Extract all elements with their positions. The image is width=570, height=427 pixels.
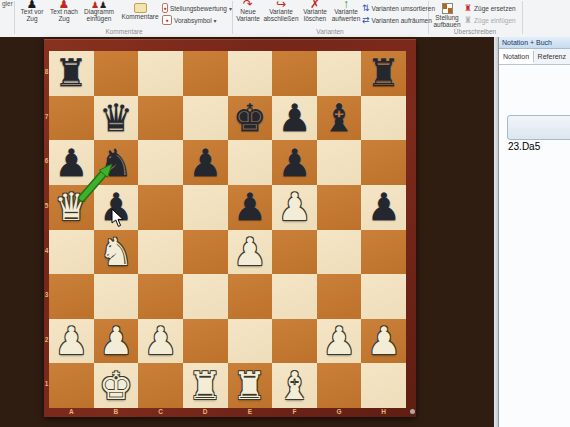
- black-rook[interactable]: ♜: [54, 51, 88, 95]
- button-label: Varianten aufräumen: [372, 17, 432, 24]
- chevron-down-icon[interactable]: ▾: [214, 17, 217, 24]
- square-a2[interactable]: ♟: [49, 319, 94, 364]
- rank-label-2: 2: [44, 336, 49, 343]
- panel-title: Notation + Buch: [499, 37, 570, 49]
- square-c6[interactable]: [138, 140, 183, 185]
- red-rook-icon: ♜: [464, 4, 472, 13]
- square-d1[interactable]: ♜: [183, 363, 228, 408]
- file-label-D: D: [183, 407, 228, 416]
- square-a1[interactable]: [49, 363, 94, 408]
- chess-board: ♜♜♛♚♟♝♟♞♟♟♛♟♟♟♟♞♟♟♟♟♟♟♚♜♜♝ 87654321 ABCD…: [44, 39, 416, 417]
- notation-header-box[interactable]: [507, 115, 570, 140]
- ribbon-group-ueberschreiben: Stellung aufbauen ♜ Züge ersetzen ♜ Züge…: [430, 0, 520, 36]
- group-separator: [232, 1, 233, 34]
- square-a4[interactable]: [49, 230, 94, 275]
- mini-board-icon: [442, 3, 453, 14]
- new-variation-icon: ↷: [243, 0, 253, 8]
- new-variation-button[interactable]: ↷ Neue Variante: [234, 0, 262, 22]
- white-bishop[interactable]: ♝: [277, 364, 311, 408]
- white-rook[interactable]: ♜: [188, 364, 222, 408]
- square-c8[interactable]: [138, 51, 183, 96]
- black-pawn[interactable]: ♟: [99, 185, 133, 229]
- black-piece-icon: ♟: [27, 0, 38, 8]
- black-king[interactable]: ♚: [233, 96, 267, 140]
- diagram-pieces-icon: ♟♟: [91, 0, 107, 8]
- button-label: Text vor Zug: [16, 8, 48, 22]
- black-pawn[interactable]: ♟: [277, 96, 311, 140]
- notation-panel: Notation + Buch Notation Referenz 23.Da5: [499, 37, 570, 427]
- square-d3[interactable]: [183, 274, 228, 319]
- square-d6[interactable]: ♟: [183, 140, 228, 185]
- kommentare-stack: ● Stellungsbewertung ▾ ● Vorabsymbol ▾: [162, 0, 232, 26]
- square-c1[interactable]: [138, 363, 183, 408]
- square-g2[interactable]: ♟: [317, 319, 362, 364]
- white-pawn[interactable]: ♟: [277, 185, 311, 229]
- tab-referenz[interactable]: Referenz: [534, 49, 570, 64]
- notation-move[interactable]: 23.Da5: [508, 141, 540, 152]
- insert-moves-button: ♜ Züge einfügen: [464, 14, 520, 26]
- square-h2[interactable]: ♟: [361, 319, 406, 364]
- button-label: Variante aufwerten: [330, 8, 362, 22]
- panel-tabs: Notation Referenz: [499, 49, 570, 65]
- square-g1[interactable]: [317, 363, 362, 408]
- square-e2[interactable]: [228, 319, 273, 364]
- square-a7[interactable]: [49, 96, 94, 141]
- file-label-C: C: [138, 407, 183, 416]
- square-f1[interactable]: ♝: [272, 363, 317, 408]
- file-label-F: F: [272, 407, 317, 416]
- button-label: Variante löschen: [300, 8, 330, 22]
- square-g3[interactable]: [317, 274, 362, 319]
- square-e1[interactable]: ♜: [228, 363, 273, 408]
- rank-label-8: 8: [44, 68, 49, 75]
- square-h7[interactable]: [361, 96, 406, 141]
- black-bishop[interactable]: ♝: [322, 96, 356, 140]
- square-f8[interactable]: [272, 51, 317, 96]
- swap-arrows-icon: ⇄: [362, 16, 370, 25]
- square-g7[interactable]: ♝: [317, 96, 362, 141]
- square-b8[interactable]: [94, 51, 139, 96]
- white-pawn[interactable]: ♟: [99, 319, 133, 363]
- comments-button[interactable]: Kommentare: [118, 0, 162, 20]
- ribbon-group-varianten: ↷ Neue Variante ↪ Variante abschließen ✗…: [234, 0, 426, 36]
- black-queen[interactable]: ♛: [99, 96, 133, 140]
- insert-diagram-button[interactable]: ♟♟ Diagramm einfügen: [80, 0, 118, 22]
- file-label-G: G: [317, 407, 362, 416]
- square-g5[interactable]: [317, 185, 362, 230]
- square-e3[interactable]: [228, 274, 273, 319]
- white-rook[interactable]: ♜: [233, 364, 267, 408]
- square-h1[interactable]: [361, 363, 406, 408]
- promote-variation-icon: ↑: [343, 0, 349, 8]
- button-label: Kommentare: [121, 13, 158, 20]
- file-label-B: B: [94, 407, 139, 416]
- square-b2[interactable]: ♟: [94, 319, 139, 364]
- white-pawn[interactable]: ♟: [322, 319, 356, 363]
- group-caption: Überschreiben: [430, 28, 520, 35]
- rank-label-7: 7: [44, 113, 49, 120]
- delete-variation-button[interactable]: ✗ Variante löschen: [300, 0, 330, 22]
- black-pawn[interactable]: ♟: [367, 185, 401, 229]
- square-a3[interactable]: [49, 274, 94, 319]
- text-before-move-button[interactable]: ♟ Text vor Zug: [16, 0, 48, 22]
- white-pawn[interactable]: ♟: [367, 319, 401, 363]
- presymbol-icon: ●: [162, 15, 172, 25]
- white-king[interactable]: ♚: [99, 364, 133, 408]
- square-b1[interactable]: ♚: [94, 363, 139, 408]
- square-d5[interactable]: [183, 185, 228, 230]
- square-f7[interactable]: ♟: [272, 96, 317, 141]
- group-caption: Varianten: [234, 28, 426, 35]
- button-label: Diagramm einfügen: [80, 8, 118, 22]
- square-b5[interactable]: ♟: [94, 185, 139, 230]
- square-b4[interactable]: ♞: [94, 230, 139, 275]
- board-workspace: ♜♜♛♚♟♝♟♞♟♟♛♟♟♟♟♞♟♟♟♟♟♟♚♜♜♝ 87654321 ABCD…: [0, 37, 494, 427]
- square-c4[interactable]: [138, 230, 183, 275]
- button-label: Text nach Zug: [48, 8, 80, 22]
- square-c3[interactable]: [138, 274, 183, 319]
- square-h4[interactable]: [361, 230, 406, 275]
- cropped-button-label: gler: [2, 0, 13, 7]
- ueberschreiben-stack: ♜ Züge ersetzen ♜ Züge einfügen: [464, 0, 520, 26]
- black-knight[interactable]: ♞: [99, 141, 133, 185]
- cleanup-variations-button[interactable]: ⇄ Varianten aufräumen: [362, 14, 426, 26]
- square-a5[interactable]: ♛: [49, 185, 94, 230]
- square-d4[interactable]: [183, 230, 228, 275]
- square-e5[interactable]: ♟: [228, 185, 273, 230]
- square-d7[interactable]: [183, 96, 228, 141]
- square-d2[interactable]: [183, 319, 228, 364]
- button-label: Stellung aufbauen: [430, 14, 464, 28]
- rank-label-4: 4: [44, 247, 49, 254]
- button-label: Variante abschließen: [262, 8, 300, 22]
- square-h8[interactable]: ♜: [361, 51, 406, 96]
- group-caption: Kommentare: [16, 28, 232, 35]
- white-knight[interactable]: ♞: [99, 230, 133, 274]
- rank-label-1: 1: [44, 380, 49, 387]
- button-label: Vorabsymbol: [174, 17, 212, 24]
- white-pawn[interactable]: ♟: [144, 319, 178, 363]
- black-pawn[interactable]: ♟: [277, 141, 311, 185]
- evaluation-symbol-icon: ●: [162, 3, 168, 13]
- pre-symbol-button[interactable]: ● Vorabsymbol ▾: [162, 14, 232, 26]
- position-evaluation-button[interactable]: ● Stellungsbewertung ▾: [162, 2, 232, 14]
- square-h3[interactable]: [361, 274, 406, 319]
- end-variation-icon: ↪: [276, 0, 286, 8]
- board-resize-handle[interactable]: [410, 409, 415, 414]
- square-b3[interactable]: [94, 274, 139, 319]
- square-e8[interactable]: [228, 51, 273, 96]
- square-b7[interactable]: ♛: [94, 96, 139, 141]
- sort-arrows-icon: ⇅: [362, 4, 370, 13]
- button-label: Züge ersetzen: [474, 5, 516, 12]
- square-c2[interactable]: ♟: [138, 319, 183, 364]
- black-pawn[interactable]: ♟: [233, 185, 267, 229]
- rank-label-6: 6: [44, 157, 49, 164]
- square-f5[interactable]: ♟: [272, 185, 317, 230]
- application-window: gler ♟ Text vor Zug ♟ Text nach Zug ♟♟ D…: [0, 0, 570, 427]
- chevron-down-icon[interactable]: ▾: [229, 5, 232, 12]
- square-c7[interactable]: [138, 96, 183, 141]
- file-label-E: E: [228, 407, 273, 416]
- square-e6[interactable]: [228, 140, 273, 185]
- square-h5[interactable]: ♟: [361, 185, 406, 230]
- board-squares: ♜♜♛♚♟♝♟♞♟♟♛♟♟♟♟♞♟♟♟♟♟♟♚♜♜♝: [49, 51, 406, 408]
- delete-variation-icon: ✗: [310, 0, 320, 8]
- setup-position-button[interactable]: Stellung aufbauen: [430, 0, 464, 28]
- square-g6[interactable]: [317, 140, 362, 185]
- black-rook[interactable]: ♜: [367, 51, 401, 95]
- square-c5[interactable]: [138, 185, 183, 230]
- square-e7[interactable]: ♚: [228, 96, 273, 141]
- tab-notation[interactable]: Notation: [499, 49, 533, 64]
- end-variation-button[interactable]: ↪ Variante abschließen: [262, 0, 300, 22]
- file-label-H: H: [361, 407, 406, 416]
- varianten-stack: ⇅ Varianten umsortieren ⇄ Varianten aufr…: [362, 0, 426, 26]
- square-e4[interactable]: ♟: [228, 230, 273, 275]
- button-label: Stellungsbewertung: [170, 5, 227, 12]
- square-a6[interactable]: ♟: [49, 140, 94, 185]
- button-label: Züge einfügen: [474, 17, 516, 24]
- black-pawn[interactable]: ♟: [188, 141, 222, 185]
- group-separator: [522, 1, 523, 34]
- white-queen[interactable]: ♛: [54, 185, 88, 229]
- red-piece-icon: ♟: [59, 0, 70, 8]
- comment-bubble-icon: [134, 3, 147, 13]
- square-d8[interactable]: [183, 51, 228, 96]
- ribbon-toolbar: gler ♟ Text vor Zug ♟ Text nach Zug ♟♟ D…: [0, 0, 570, 38]
- black-pawn[interactable]: ♟: [54, 141, 88, 185]
- square-f4[interactable]: [272, 230, 317, 275]
- group-separator: [14, 1, 15, 34]
- rank-label-5: 5: [44, 202, 49, 209]
- square-f3[interactable]: [272, 274, 317, 319]
- text-after-move-button[interactable]: ♟ Text nach Zug: [48, 0, 80, 22]
- square-a8[interactable]: ♜: [49, 51, 94, 96]
- button-label: Neue Variante: [234, 8, 262, 22]
- square-g8[interactable]: [317, 51, 362, 96]
- white-pawn[interactable]: ♟: [54, 319, 88, 363]
- promote-variation-button[interactable]: ↑ Variante aufwerten: [330, 0, 362, 22]
- square-f6[interactable]: ♟: [272, 140, 317, 185]
- ribbon-group-kommentare: ♟ Text vor Zug ♟ Text nach Zug ♟♟ Diagra…: [16, 0, 232, 36]
- square-f2[interactable]: [272, 319, 317, 364]
- file-label-A: A: [49, 407, 94, 416]
- white-pawn[interactable]: ♟: [233, 230, 267, 274]
- square-b6[interactable]: ♞: [94, 140, 139, 185]
- button-label: Varianten umsortieren: [372, 5, 435, 12]
- square-g4[interactable]: [317, 230, 362, 275]
- gray-rook-icon: ♜: [464, 16, 472, 25]
- resort-variations-button[interactable]: ⇅ Varianten umsortieren: [362, 2, 426, 14]
- replace-moves-button[interactable]: ♜ Züge ersetzen: [464, 2, 520, 14]
- rank-label-3: 3: [44, 291, 49, 298]
- square-h6[interactable]: [361, 140, 406, 185]
